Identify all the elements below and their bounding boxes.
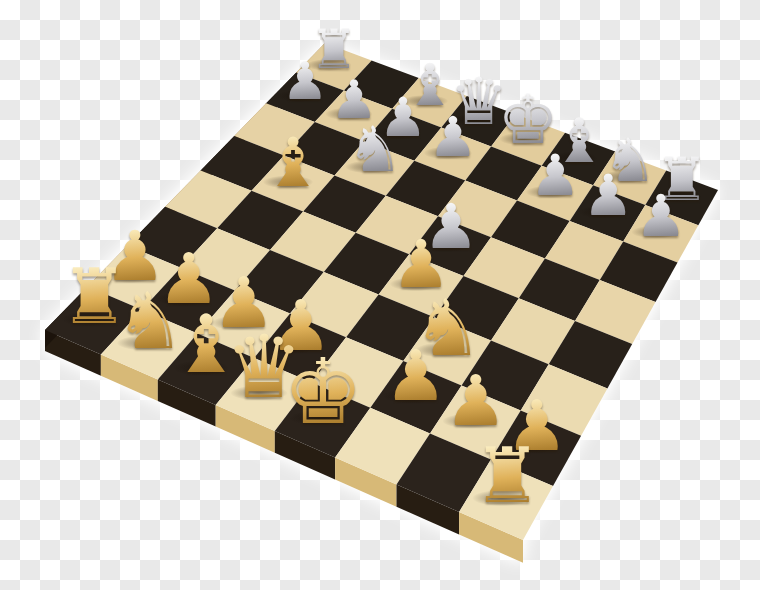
pieces-layer: ♜♟♝♟♛♟♚♟♝♞♞♝♟♜♟♟♟♟♟♟♜♟♞♟♞♝♛♟♚♟♟♜ xyxy=(0,0,760,590)
piece-white-pawn-f2[interactable]: ♟ xyxy=(385,341,448,411)
piece-black-pawn-g7[interactable]: ♟ xyxy=(582,167,633,224)
piece-black-knight-c6[interactable]: ♞ xyxy=(347,118,403,181)
piece-white-bishop-b5[interactable]: ♝ xyxy=(263,129,324,197)
piece-black-pawn-a7[interactable]: ♟ xyxy=(282,55,329,107)
piece-white-rook-h1[interactable]: ♜ xyxy=(473,438,541,514)
piece-white-king-e1[interactable]: ♚ xyxy=(283,347,364,437)
piece-black-pawn-h7[interactable]: ♟ xyxy=(635,187,687,245)
piece-black-pawn-d7[interactable]: ♟ xyxy=(428,110,477,165)
product-photo-scene: ♜♟♝♟♛♟♚♟♝♞♞♝♟♜♟♟♟♟♟♟♜♟♞♟♞♝♛♟♚♟♟♜ xyxy=(0,0,760,590)
piece-white-pawn-g2[interactable]: ♟ xyxy=(445,366,508,436)
piece-black-pawn-f7[interactable]: ♟ xyxy=(529,147,580,204)
